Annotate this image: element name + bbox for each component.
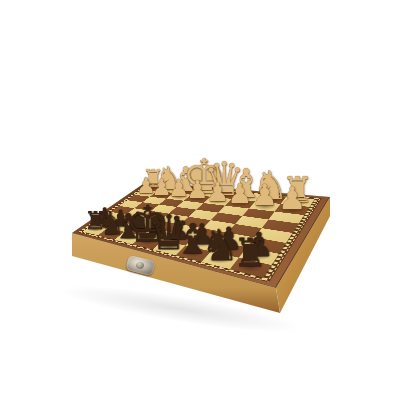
piece-white-pawn[interactable]: ♟ [228, 180, 253, 208]
pieces-layer: ♜♞♝♚♛♝♞♜♟♟♟♟♟♟♟♟♟♟♟♟♟♟♟♟♜♞♝♚♛♝♞♜ [0, 0, 400, 400]
photo-background: ♜♞♝♚♛♝♞♜♟♟♟♟♟♟♟♟♟♟♟♟♟♟♟♟♜♞♝♚♛♝♞♜ [0, 0, 400, 400]
piece-black-rook[interactable]: ♜ [233, 235, 268, 274]
piece-white-pawn[interactable]: ♟ [251, 182, 277, 211]
piece-white-pawn[interactable]: ♟ [206, 179, 229, 205]
piece-white-pawn[interactable]: ♟ [278, 183, 306, 214]
